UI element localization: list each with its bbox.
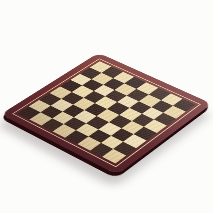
- chessboard: [1, 53, 212, 175]
- board-squares-grid: [18, 61, 196, 163]
- product-photo: [0, 0, 213, 213]
